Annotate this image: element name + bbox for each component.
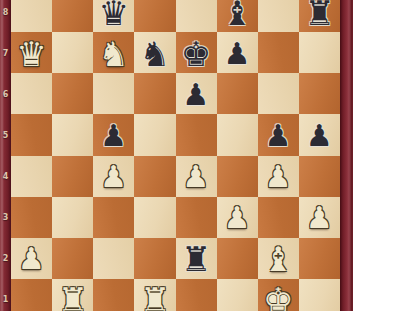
square-e5[interactable] [176,114,217,155]
square-a7[interactable]: ♛ [11,32,52,73]
piece-white-pawn[interactable]: ♟ [299,198,340,239]
piece-black-king[interactable]: ♚ [176,33,217,74]
piece-white-pawn[interactable]: ♟ [176,157,217,198]
chess-position-screenshot: ♛♝♜♛♞♞♚♟♟♟♟♟♟♟♟♟♟♟♜♝♜♜♚ 87654321 [0,0,414,311]
square-a2[interactable]: ♟ [11,238,52,279]
square-a6[interactable] [11,73,52,114]
piece-black-pawn[interactable]: ♟ [93,115,134,156]
square-b3[interactable] [52,197,93,238]
piece-white-bishop[interactable]: ♝ [258,239,299,280]
square-e6[interactable]: ♟ [176,73,217,114]
square-g2[interactable]: ♝ [258,238,299,279]
square-f7[interactable]: ♟ [217,32,258,73]
piece-black-pawn[interactable]: ♟ [258,115,299,156]
piece-white-king[interactable]: ♚ [258,280,299,311]
square-d5[interactable] [134,114,175,155]
piece-black-pawn[interactable]: ♟ [176,74,217,115]
square-c6[interactable] [93,73,134,114]
square-c4[interactable]: ♟ [93,156,134,197]
square-c1[interactable] [93,279,134,311]
square-e1[interactable] [176,279,217,311]
square-b1[interactable]: ♜ [52,279,93,311]
piece-white-queen[interactable]: ♛ [11,33,52,74]
square-f1[interactable] [217,279,258,311]
rank-label-7: 7 [0,48,11,57]
square-d4[interactable] [134,156,175,197]
square-e7[interactable]: ♚ [176,32,217,73]
square-d3[interactable] [134,197,175,238]
square-h2[interactable] [299,238,340,279]
rank-label-5: 5 [0,130,11,139]
square-f2[interactable] [217,238,258,279]
square-f8[interactable]: ♝ [217,0,258,32]
piece-white-knight[interactable]: ♞ [93,33,134,74]
piece-black-pawn[interactable]: ♟ [299,115,340,156]
square-f3[interactable]: ♟ [217,197,258,238]
square-b2[interactable] [52,238,93,279]
piece-white-rook[interactable]: ♜ [52,280,93,311]
square-c5[interactable]: ♟ [93,114,134,155]
square-e8[interactable] [176,0,217,32]
square-c2[interactable] [93,238,134,279]
rank-label-6: 6 [0,89,11,98]
square-c8[interactable]: ♛ [93,0,134,32]
board-right-frame [340,0,353,311]
square-e4[interactable]: ♟ [176,156,217,197]
square-b7[interactable] [52,32,93,73]
square-d2[interactable] [134,238,175,279]
square-b6[interactable] [52,73,93,114]
piece-white-rook[interactable]: ♜ [134,280,175,311]
board-left-frame: 87654321 [0,0,11,311]
square-c3[interactable] [93,197,134,238]
square-d8[interactable] [134,0,175,32]
square-g4[interactable]: ♟ [258,156,299,197]
square-h4[interactable] [299,156,340,197]
square-g7[interactable] [258,32,299,73]
rank-label-2: 2 [0,254,11,263]
square-a3[interactable] [11,197,52,238]
square-e2[interactable]: ♜ [176,238,217,279]
square-e3[interactable] [176,197,217,238]
square-a8[interactable] [11,0,52,32]
square-d7[interactable]: ♞ [134,32,175,73]
piece-black-bishop[interactable]: ♝ [217,0,258,33]
piece-white-pawn[interactable]: ♟ [217,198,258,239]
square-f5[interactable] [217,114,258,155]
piece-white-pawn[interactable]: ♟ [258,157,299,198]
rank-label-8: 8 [0,7,11,16]
square-h1[interactable] [299,279,340,311]
square-h3[interactable]: ♟ [299,197,340,238]
square-b4[interactable] [52,156,93,197]
square-g3[interactable] [258,197,299,238]
square-g1[interactable]: ♚ [258,279,299,311]
chess-board: ♛♝♜♛♞♞♚♟♟♟♟♟♟♟♟♟♟♟♜♝♜♜♚ [11,0,340,311]
piece-black-rook[interactable]: ♜ [299,0,340,33]
piece-black-knight[interactable]: ♞ [134,33,175,74]
square-f6[interactable] [217,73,258,114]
square-h6[interactable] [299,73,340,114]
square-c7[interactable]: ♞ [93,32,134,73]
square-a1[interactable] [11,279,52,311]
square-b8[interactable] [52,0,93,32]
square-g5[interactable]: ♟ [258,114,299,155]
piece-black-pawn[interactable]: ♟ [217,33,258,74]
piece-white-pawn[interactable]: ♟ [11,239,52,280]
square-h7[interactable] [299,32,340,73]
rank-label-1: 1 [0,295,11,304]
rank-label-4: 4 [0,172,11,181]
square-d6[interactable] [134,73,175,114]
square-h5[interactable]: ♟ [299,114,340,155]
square-a4[interactable] [11,156,52,197]
page-right-margin [353,0,414,311]
piece-black-queen[interactable]: ♛ [93,0,134,33]
square-g8[interactable] [258,0,299,32]
rank-label-3: 3 [0,213,11,222]
square-g6[interactable] [258,73,299,114]
piece-white-pawn[interactable]: ♟ [93,157,134,198]
square-f4[interactable] [217,156,258,197]
square-d1[interactable]: ♜ [134,279,175,311]
square-b5[interactable] [52,114,93,155]
square-h8[interactable]: ♜ [299,0,340,32]
piece-black-rook[interactable]: ♜ [176,239,217,280]
square-a5[interactable] [11,114,52,155]
